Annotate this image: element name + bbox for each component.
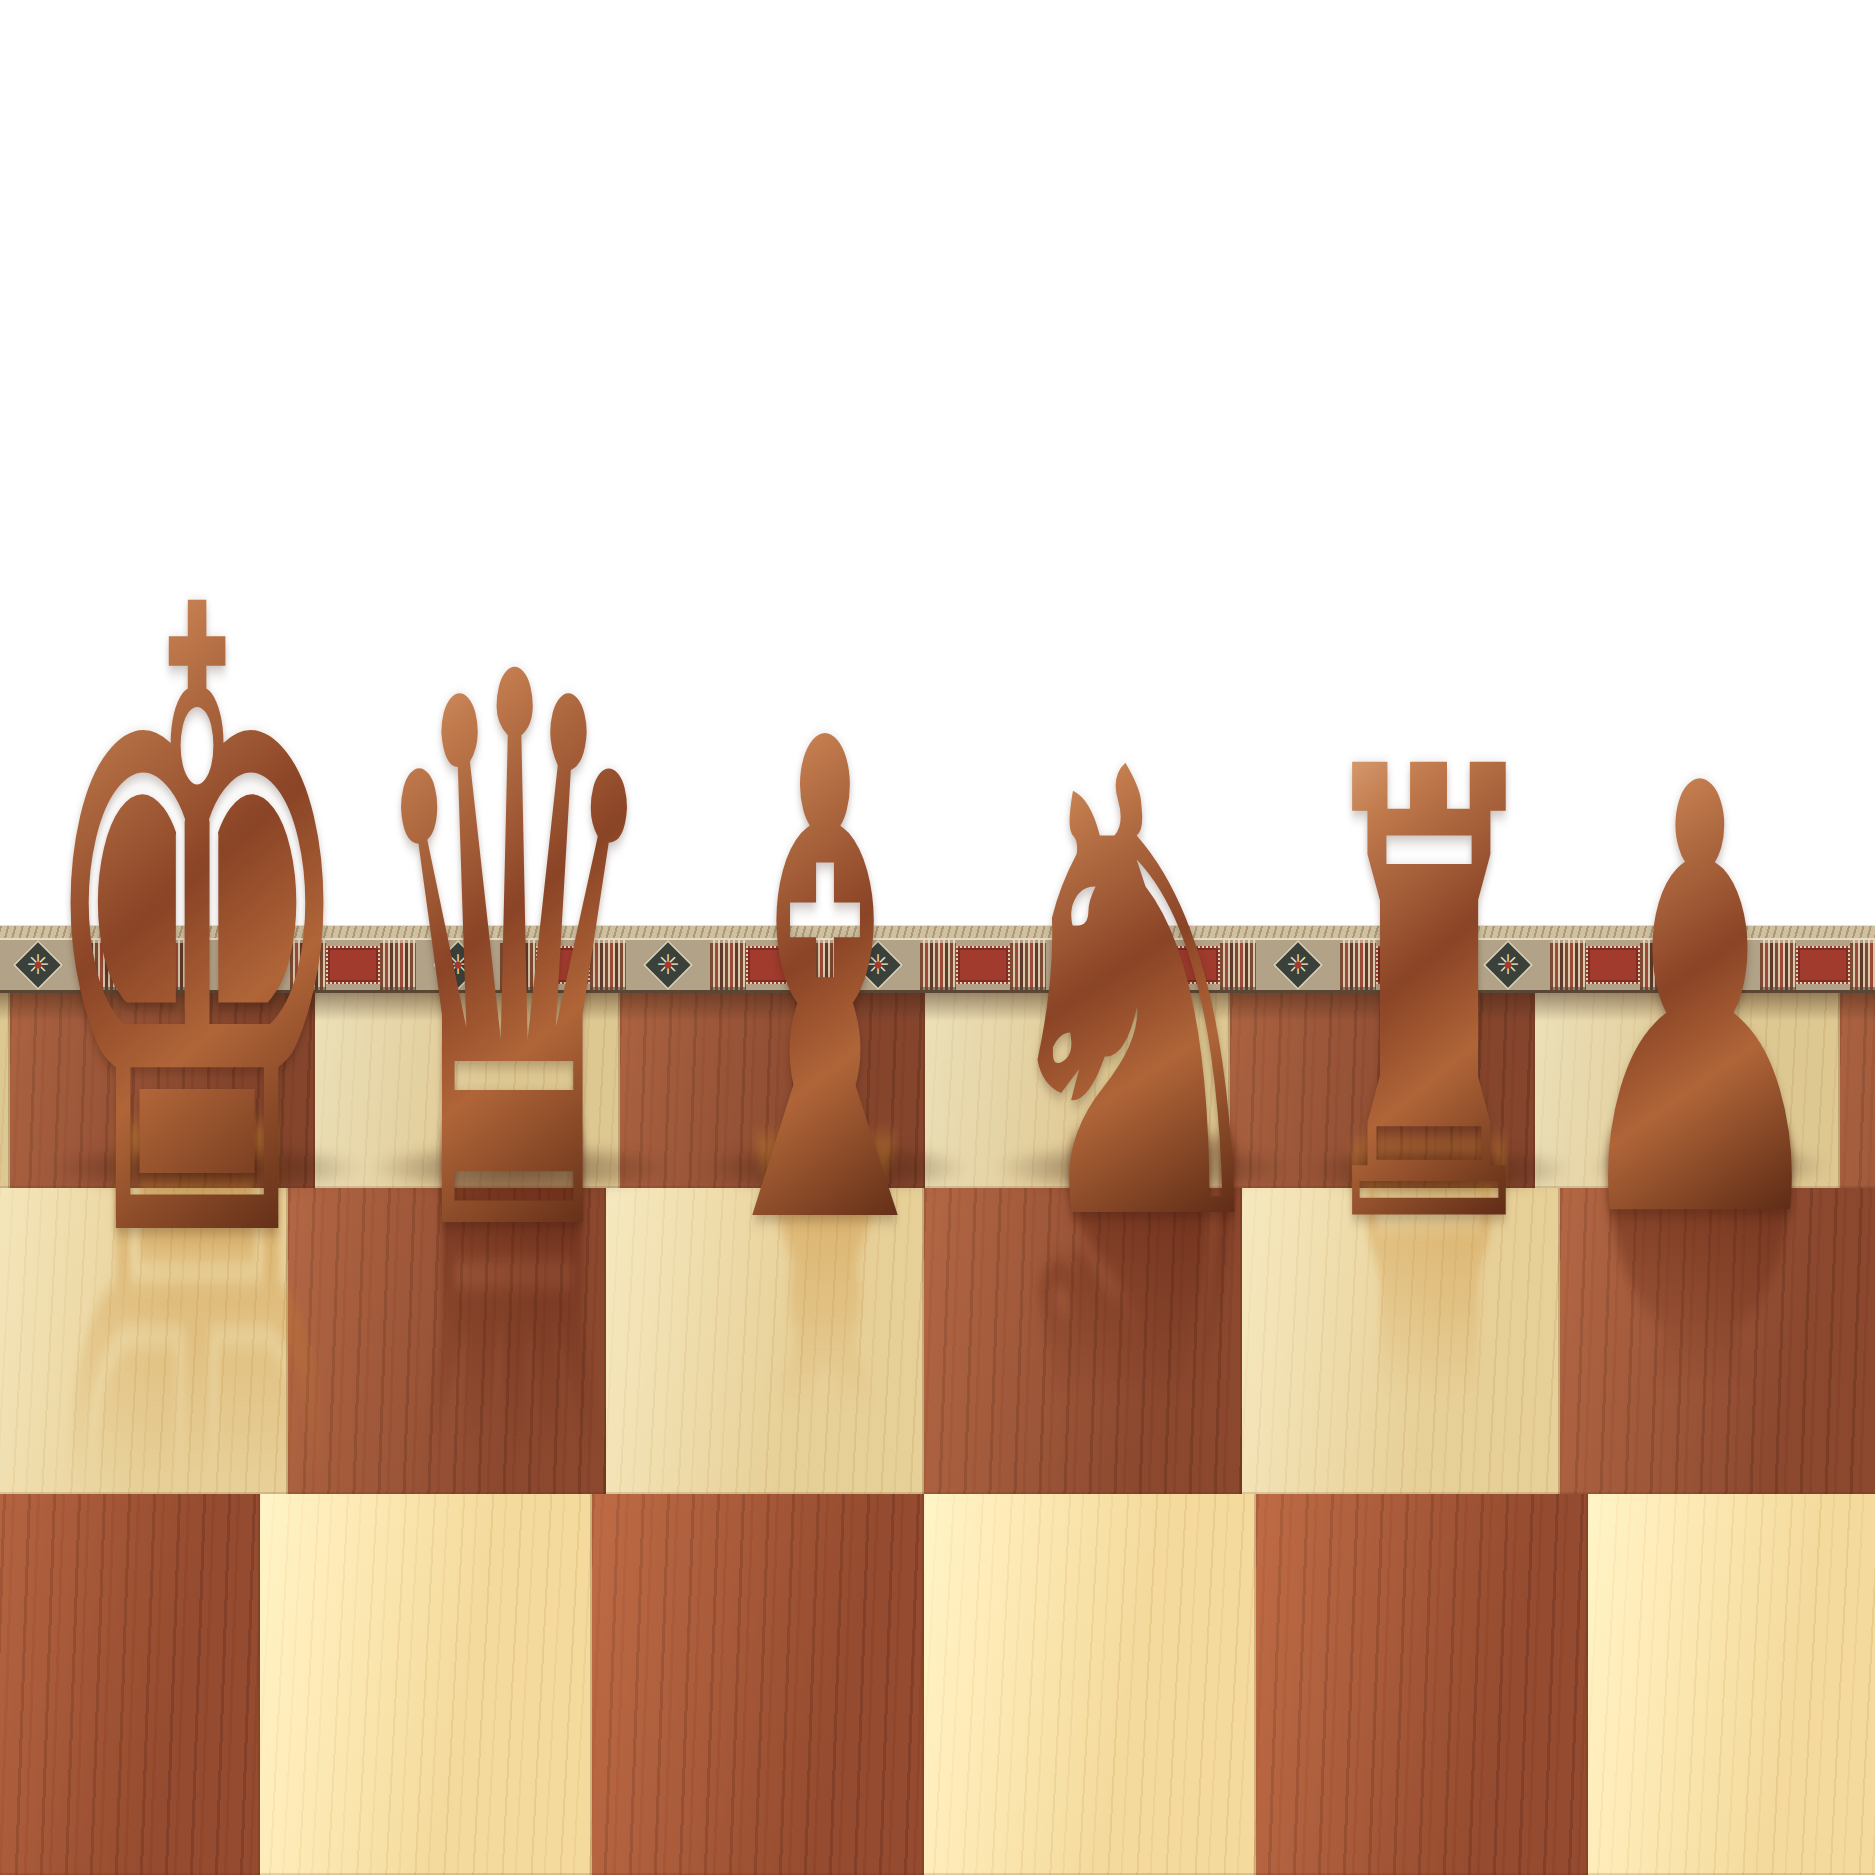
chess-set-photo: ✳✳✳✳✳✳✳✳✳✳ ♚♚♛♛♝♝♞♞♜♜♟♟ <box>0 0 1875 1875</box>
mosaic-center-dot <box>665 962 672 969</box>
piece-rook[interactable]: ♜ <box>1307 690 1552 1310</box>
piece-knight[interactable]: ♞ <box>982 692 1291 1307</box>
square-a-row1-light[interactable] <box>0 993 10 1188</box>
mosaic-center-dot <box>1295 962 1302 969</box>
piece-pawn[interactable]: ♟ <box>1562 710 1837 1300</box>
piece-king[interactable]: ♚ <box>35 501 359 1361</box>
piece-queen[interactable]: ♛ <box>364 579 664 1339</box>
square-h-row1-dark[interactable] <box>1840 993 1875 1188</box>
piece-bishop[interactable]: ♝ <box>686 657 964 1317</box>
mosaic-stripe-block <box>1850 940 1875 990</box>
